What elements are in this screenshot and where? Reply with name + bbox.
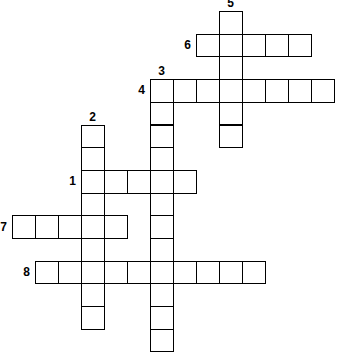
crossword-board: 12345678 xyxy=(0,0,337,352)
cell-r13-c3[interactable] xyxy=(81,306,105,330)
cell-r11-c1[interactable] xyxy=(35,261,59,285)
cell-r9-c3[interactable] xyxy=(81,215,105,239)
cell-r11-c8[interactable] xyxy=(196,261,220,285)
cell-r1-c12[interactable] xyxy=(288,34,312,58)
clue-number-8: 8 xyxy=(23,266,30,278)
cell-r1-c10[interactable] xyxy=(242,34,266,58)
cell-r3-c12[interactable] xyxy=(288,79,312,103)
cell-r11-c10[interactable] xyxy=(242,261,266,285)
clue-number-1: 1 xyxy=(69,175,76,187)
cell-r8-c6[interactable] xyxy=(150,193,174,217)
cell-r11-c2[interactable] xyxy=(58,261,82,285)
cell-r7-c7[interactable] xyxy=(173,170,197,194)
cell-r4-c9[interactable] xyxy=(219,102,243,126)
clue-number-3: 3 xyxy=(158,65,165,77)
cell-r9-c0[interactable] xyxy=(12,215,36,239)
cell-r10-c6[interactable] xyxy=(150,238,174,262)
cell-r1-c8[interactable] xyxy=(196,34,220,58)
cell-r7-c5[interactable] xyxy=(127,170,151,194)
cell-r13-c6[interactable] xyxy=(150,306,174,330)
cell-r7-c3[interactable] xyxy=(81,170,105,194)
cell-r2-c9[interactable] xyxy=(219,56,243,80)
cell-r14-c6[interactable] xyxy=(150,329,174,352)
cell-r3-c11[interactable] xyxy=(265,79,289,103)
cell-r4-c6[interactable] xyxy=(150,102,174,126)
cell-r11-c4[interactable] xyxy=(104,261,128,285)
cell-r6-c3[interactable] xyxy=(81,147,105,171)
cell-r5-c3[interactable] xyxy=(81,125,105,149)
cell-r11-c3[interactable] xyxy=(81,261,105,285)
cell-r12-c3[interactable] xyxy=(81,283,105,307)
cell-r5-c6[interactable] xyxy=(150,125,174,149)
cell-r11-c7[interactable] xyxy=(173,261,197,285)
cell-r3-c10[interactable] xyxy=(242,79,266,103)
clue-number-4: 4 xyxy=(138,84,145,96)
cell-r8-c3[interactable] xyxy=(81,193,105,217)
cell-r3-c8[interactable] xyxy=(196,79,220,103)
cell-r9-c1[interactable] xyxy=(35,215,59,239)
cell-r0-c9[interactable] xyxy=(219,11,243,35)
clue-number-2: 2 xyxy=(89,111,96,123)
clue-number-5: 5 xyxy=(227,0,234,9)
cell-r12-c6[interactable] xyxy=(150,283,174,307)
cell-r5-c9[interactable] xyxy=(219,125,243,149)
cell-r3-c13[interactable] xyxy=(311,79,335,103)
cell-r7-c4[interactable] xyxy=(104,170,128,194)
cell-r9-c4[interactable] xyxy=(104,215,128,239)
cell-r1-c11[interactable] xyxy=(265,34,289,58)
cell-r1-c9[interactable] xyxy=(219,34,243,58)
cell-r6-c6[interactable] xyxy=(150,147,174,171)
cell-r11-c9[interactable] xyxy=(219,261,243,285)
cell-r11-c5[interactable] xyxy=(127,261,151,285)
cell-r9-c6[interactable] xyxy=(150,215,174,239)
cell-r3-c6[interactable] xyxy=(150,79,174,103)
cell-r3-c9[interactable] xyxy=(219,79,243,103)
clue-number-7: 7 xyxy=(0,221,7,233)
cell-r10-c3[interactable] xyxy=(81,238,105,262)
cell-r3-c7[interactable] xyxy=(173,79,197,103)
cell-r9-c2[interactable] xyxy=(58,215,82,239)
cell-r11-c6[interactable] xyxy=(150,261,174,285)
clue-number-6: 6 xyxy=(184,39,191,51)
cell-r7-c6[interactable] xyxy=(150,170,174,194)
